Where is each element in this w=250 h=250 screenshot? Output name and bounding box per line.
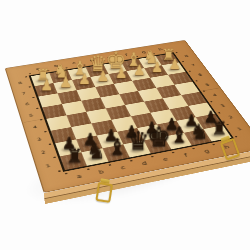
piece-black-queen-d1: ♛ xyxy=(127,129,150,154)
piece-black-knight-g1: ♞ xyxy=(190,121,208,141)
chess-board: abcdefgh abcdefgh 87654321 87654321 ♜♞♝♛… xyxy=(5,40,250,193)
piece-black-rook-a1: ♜ xyxy=(66,147,83,166)
chess-set-photo: abcdefgh abcdefgh 87654321 87654321 ♜♞♝♛… xyxy=(0,0,250,250)
piece-black-rook-h1: ♜ xyxy=(211,120,227,138)
piece-black-king-e1: ♚ xyxy=(147,123,171,150)
piece-black-knight-b1: ♞ xyxy=(86,141,105,162)
piece-black-bishop-f1: ♝ xyxy=(170,124,189,146)
clasp-loop-icon xyxy=(95,182,113,203)
piece-black-bishop-c1: ♝ xyxy=(107,136,127,158)
